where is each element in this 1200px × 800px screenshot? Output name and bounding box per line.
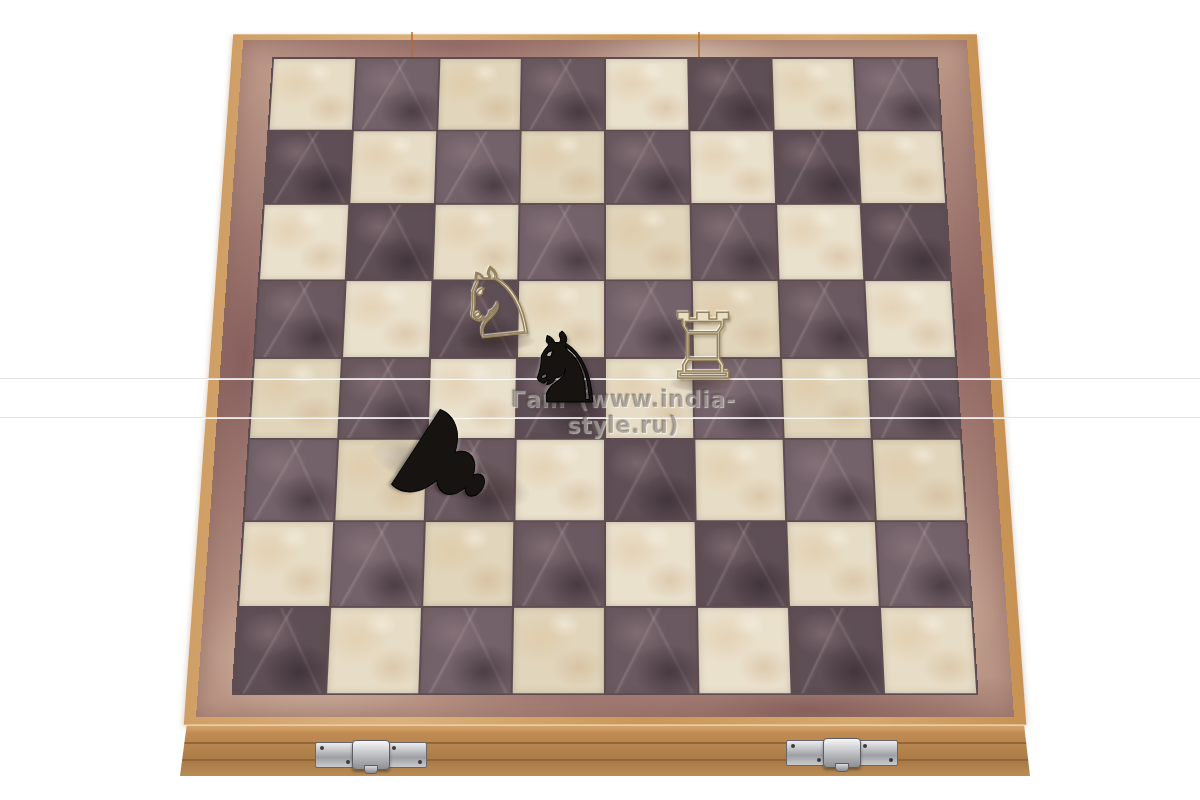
latch-plate <box>315 742 355 768</box>
square-d2[interactable] <box>514 522 604 605</box>
square-g6[interactable] <box>777 205 864 279</box>
piece-white-rook-f4[interactable]: ♖ <box>663 302 744 392</box>
square-b6[interactable] <box>347 205 434 279</box>
chess-board-photo: Ганг (www.india-style.ru) ♘♞♖♟ <box>0 0 1200 800</box>
square-h8[interactable] <box>855 59 941 129</box>
square-c7[interactable] <box>435 131 520 203</box>
square-b8[interactable] <box>354 59 438 129</box>
square-e6[interactable] <box>606 205 691 279</box>
square-c1[interactable] <box>420 607 512 693</box>
square-e3[interactable] <box>606 439 694 520</box>
latch-plate <box>387 742 427 768</box>
square-g1[interactable] <box>789 607 883 693</box>
metal-latch-right <box>786 740 898 766</box>
square-b5[interactable] <box>343 281 431 357</box>
square-a1[interactable] <box>234 607 329 693</box>
square-a8[interactable] <box>270 59 356 129</box>
latch-plate <box>858 740 898 766</box>
square-d1[interactable] <box>513 607 604 693</box>
square-b2[interactable] <box>331 522 423 605</box>
square-f7[interactable] <box>690 131 775 203</box>
square-d8[interactable] <box>522 59 604 129</box>
square-a2[interactable] <box>239 522 333 605</box>
metal-latch-left <box>315 742 427 768</box>
square-h6[interactable] <box>862 205 950 279</box>
square-f2[interactable] <box>696 522 787 605</box>
square-h1[interactable] <box>881 607 976 693</box>
square-f3[interactable] <box>695 439 785 520</box>
square-f8[interactable] <box>689 59 772 129</box>
square-g2[interactable] <box>787 522 879 605</box>
square-b7[interactable] <box>350 131 436 203</box>
border-joint-seam <box>411 32 413 57</box>
square-f6[interactable] <box>691 205 777 279</box>
square-b1[interactable] <box>327 607 421 693</box>
square-f1[interactable] <box>698 607 790 693</box>
square-d7[interactable] <box>521 131 604 203</box>
square-a4[interactable] <box>250 359 341 438</box>
square-a7[interactable] <box>265 131 352 203</box>
square-h7[interactable] <box>858 131 945 203</box>
square-a6[interactable] <box>260 205 348 279</box>
border-joint-seam <box>698 32 700 57</box>
square-g7[interactable] <box>774 131 860 203</box>
piece-black-knight-d4[interactable]: ♞ <box>522 320 609 417</box>
square-h4[interactable] <box>869 359 960 438</box>
square-e2[interactable] <box>606 522 696 605</box>
square-a5[interactable] <box>255 281 344 357</box>
square-g5[interactable] <box>779 281 867 357</box>
square-g8[interactable] <box>772 59 856 129</box>
square-a3[interactable] <box>245 439 337 520</box>
latch-clasp <box>352 740 390 770</box>
square-h2[interactable] <box>877 522 971 605</box>
square-g3[interactable] <box>784 439 875 520</box>
latch-clasp <box>823 738 861 768</box>
square-e1[interactable] <box>606 607 697 693</box>
square-h3[interactable] <box>873 439 965 520</box>
square-e8[interactable] <box>606 59 688 129</box>
square-c8[interactable] <box>438 59 521 129</box>
wooden-box-front-face <box>180 723 1030 776</box>
square-g4[interactable] <box>782 359 872 438</box>
square-e7[interactable] <box>606 131 689 203</box>
square-h5[interactable] <box>866 281 955 357</box>
latch-plate <box>786 740 826 766</box>
